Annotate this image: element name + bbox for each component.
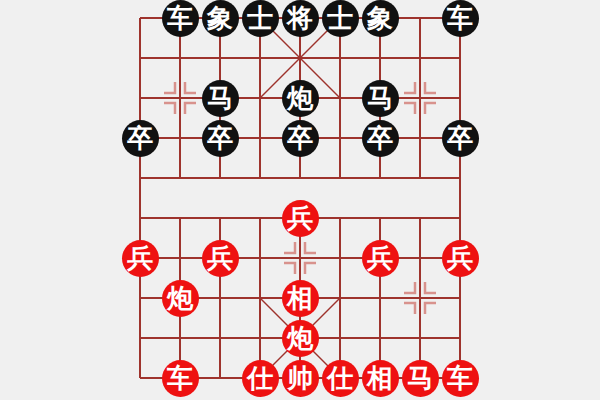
piece-black-horse[interactable]: 马 <box>202 80 239 117</box>
piece-black-advisor[interactable]: 士 <box>242 0 279 37</box>
piece-black-elephant[interactable]: 象 <box>202 0 239 37</box>
xiangqi-board: 车象士将士象车马炮马卒卒卒卒卒兵兵兵兵兵炮相炮车仕帅仕相马车 <box>120 0 480 398</box>
piece-black-soldier[interactable]: 卒 <box>202 120 239 157</box>
piece-red-elephant[interactable]: 相 <box>282 280 319 317</box>
piece-black-general[interactable]: 将 <box>282 0 319 37</box>
piece-black-soldier[interactable]: 卒 <box>282 120 319 157</box>
piece-red-soldier[interactable]: 兵 <box>202 240 239 277</box>
piece-red-soldier[interactable]: 兵 <box>122 240 159 277</box>
piece-red-cannon[interactable]: 炮 <box>282 320 319 357</box>
piece-red-advisor[interactable]: 仕 <box>322 360 359 397</box>
piece-black-soldier[interactable]: 卒 <box>122 120 159 157</box>
piece-red-rook[interactable]: 车 <box>162 360 199 397</box>
piece-black-soldier[interactable]: 卒 <box>442 120 479 157</box>
xiangqi-app: 车象士将士象车马炮马卒卒卒卒卒兵兵兵兵兵炮相炮车仕帅仕相马车 <box>0 0 600 400</box>
piece-red-elephant[interactable]: 相 <box>362 360 399 397</box>
piece-black-horse[interactable]: 马 <box>362 80 399 117</box>
piece-black-advisor[interactable]: 士 <box>322 0 359 37</box>
piece-black-elephant[interactable]: 象 <box>362 0 399 37</box>
piece-red-advisor[interactable]: 仕 <box>242 360 279 397</box>
piece-black-rook[interactable]: 车 <box>442 0 479 37</box>
piece-red-general[interactable]: 帅 <box>282 360 319 397</box>
piece-black-soldier[interactable]: 卒 <box>362 120 399 157</box>
piece-red-rook[interactable]: 车 <box>442 360 479 397</box>
piece-red-soldier[interactable]: 兵 <box>282 200 319 237</box>
piece-black-cannon[interactable]: 炮 <box>282 80 319 117</box>
piece-red-soldier[interactable]: 兵 <box>442 240 479 277</box>
piece-black-rook[interactable]: 车 <box>162 0 199 37</box>
piece-red-horse[interactable]: 马 <box>402 360 439 397</box>
piece-red-cannon[interactable]: 炮 <box>162 280 199 317</box>
piece-red-soldier[interactable]: 兵 <box>362 240 399 277</box>
